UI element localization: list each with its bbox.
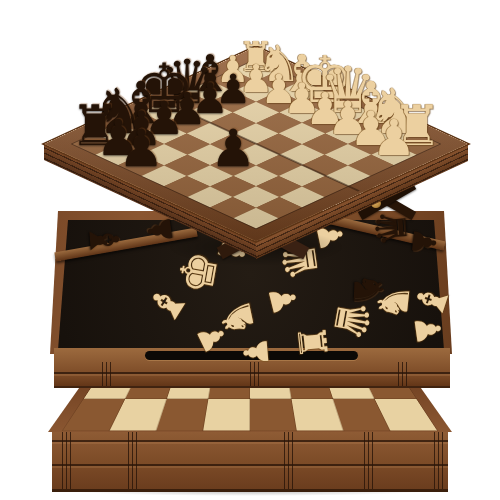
piece-bP-r7c2[interactable]: ♟: [118, 123, 164, 174]
piece-bP-r5c4[interactable]: ♟: [210, 123, 256, 174]
standing-pieces-layer: ♜♞♝♚♛♝♞♜♟♟♟♟♟♟♟♟♝♟♛♟♚♟♝♟♟♞♟♜♟♟: [0, 0, 500, 500]
piece-wP-r1c7[interactable]: ♟: [372, 114, 416, 164]
chess-set-product-scene: ♚♟♝♟♛♝♞♟♜♟♛♞♞♟♝♟♝♟♛♟ ♜♞♝♚♛♝♞♜♟♟♟♟♟♟♟♟♝♟♛…: [0, 0, 500, 500]
